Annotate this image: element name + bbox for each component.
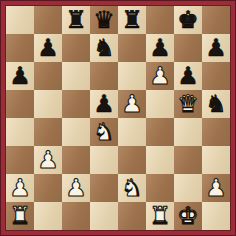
square-b6[interactable]	[34, 62, 62, 90]
white-rook-icon: ♜	[146, 202, 174, 230]
square-e8[interactable]: ♜	[118, 6, 146, 34]
square-c8[interactable]: ♜	[62, 6, 90, 34]
square-h7[interactable]: ♟	[202, 34, 230, 62]
square-d3[interactable]	[90, 146, 118, 174]
white-rook-icon: ♜	[6, 202, 34, 230]
square-g7[interactable]	[174, 34, 202, 62]
square-e2[interactable]: ♞	[118, 174, 146, 202]
square-e7[interactable]	[118, 34, 146, 62]
square-c6[interactable]	[62, 62, 90, 90]
square-d6[interactable]	[90, 62, 118, 90]
white-pawn-icon: ♟	[146, 62, 174, 90]
square-f6[interactable]: ♟	[146, 62, 174, 90]
square-e5[interactable]: ♟	[118, 90, 146, 118]
square-h5[interactable]: ♞	[202, 90, 230, 118]
square-b5[interactable]	[34, 90, 62, 118]
square-g4[interactable]	[174, 118, 202, 146]
square-f2[interactable]	[146, 174, 174, 202]
square-a4[interactable]	[6, 118, 34, 146]
square-f7[interactable]: ♟	[146, 34, 174, 62]
white-knight-icon: ♞	[90, 118, 118, 146]
square-f5[interactable]	[146, 90, 174, 118]
square-g5[interactable]: ♛	[174, 90, 202, 118]
square-h8[interactable]	[202, 6, 230, 34]
square-a6[interactable]: ♟	[6, 62, 34, 90]
white-king-icon: ♚	[174, 202, 202, 230]
square-d1[interactable]	[90, 202, 118, 230]
square-e4[interactable]	[118, 118, 146, 146]
square-g1[interactable]: ♚	[174, 202, 202, 230]
square-e3[interactable]	[118, 146, 146, 174]
black-king-icon: ♚	[174, 6, 202, 34]
square-a2[interactable]: ♟	[6, 174, 34, 202]
white-pawn-icon: ♟	[6, 174, 34, 202]
square-e6[interactable]	[118, 62, 146, 90]
black-rook-icon: ♜	[62, 6, 90, 34]
square-d8[interactable]: ♛	[90, 6, 118, 34]
square-c3[interactable]	[62, 146, 90, 174]
square-a5[interactable]	[6, 90, 34, 118]
square-f1[interactable]: ♜	[146, 202, 174, 230]
black-pawn-icon: ♟	[202, 34, 230, 62]
chess-board: ♜♛♜♚♟♞♟♟♟♟♟♟♟♛♞♞♟♟♟♞♟♜♜♚	[6, 6, 230, 230]
black-pawn-icon: ♟	[34, 34, 62, 62]
square-b1[interactable]	[34, 202, 62, 230]
square-a1[interactable]: ♜	[6, 202, 34, 230]
square-h3[interactable]	[202, 146, 230, 174]
square-h1[interactable]	[202, 202, 230, 230]
chess-app: ♜♛♜♚♟♞♟♟♟♟♟♟♟♛♞♞♟♟♟♞♟♜♜♚	[0, 0, 236, 236]
square-d7[interactable]: ♞	[90, 34, 118, 62]
square-g2[interactable]	[174, 174, 202, 202]
square-h2[interactable]: ♟	[202, 174, 230, 202]
square-f8[interactable]	[146, 6, 174, 34]
square-a3[interactable]	[6, 146, 34, 174]
square-c2[interactable]: ♟	[62, 174, 90, 202]
square-g3[interactable]	[174, 146, 202, 174]
white-pawn-icon: ♟	[202, 174, 230, 202]
square-h6[interactable]	[202, 62, 230, 90]
white-pawn-icon: ♟	[34, 146, 62, 174]
square-b3[interactable]: ♟	[34, 146, 62, 174]
square-d4[interactable]: ♞	[90, 118, 118, 146]
square-d5[interactable]: ♟	[90, 90, 118, 118]
white-queen-icon: ♛	[174, 90, 202, 118]
square-a7[interactable]	[6, 34, 34, 62]
square-c5[interactable]	[62, 90, 90, 118]
square-h4[interactable]	[202, 118, 230, 146]
square-g6[interactable]: ♟	[174, 62, 202, 90]
black-pawn-icon: ♟	[90, 90, 118, 118]
square-c1[interactable]	[62, 202, 90, 230]
square-c7[interactable]	[62, 34, 90, 62]
square-f4[interactable]	[146, 118, 174, 146]
square-a8[interactable]	[6, 6, 34, 34]
square-f3[interactable]	[146, 146, 174, 174]
black-pawn-icon: ♟	[6, 62, 34, 90]
black-pawn-icon: ♟	[174, 62, 202, 90]
white-knight-icon: ♞	[118, 174, 146, 202]
square-d2[interactable]	[90, 174, 118, 202]
square-c4[interactable]	[62, 118, 90, 146]
black-knight-icon: ♞	[90, 34, 118, 62]
white-pawn-icon: ♟	[118, 90, 146, 118]
square-b4[interactable]	[34, 118, 62, 146]
square-b8[interactable]	[34, 6, 62, 34]
square-b2[interactable]	[34, 174, 62, 202]
black-pawn-icon: ♟	[146, 34, 174, 62]
black-knight-icon: ♞	[202, 90, 230, 118]
square-g8[interactable]: ♚	[174, 6, 202, 34]
black-rook-icon: ♜	[118, 6, 146, 34]
black-queen-icon: ♛	[90, 6, 118, 34]
square-e1[interactable]	[118, 202, 146, 230]
white-pawn-icon: ♟	[62, 174, 90, 202]
square-b7[interactable]: ♟	[34, 34, 62, 62]
